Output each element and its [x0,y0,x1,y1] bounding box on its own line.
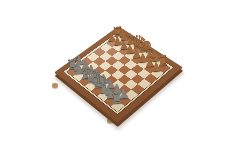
product-photo: { "game": "chess", "scene": { "descripti… [0,0,240,150]
chess-board: ♜♞♝♛♚♝♞♜♟♟♟♟♟♟♟♟♟♟♟♟♟♟♟♟♜♞♝♛♚♝♞♜ [54,26,183,123]
board-foot [52,83,58,88]
